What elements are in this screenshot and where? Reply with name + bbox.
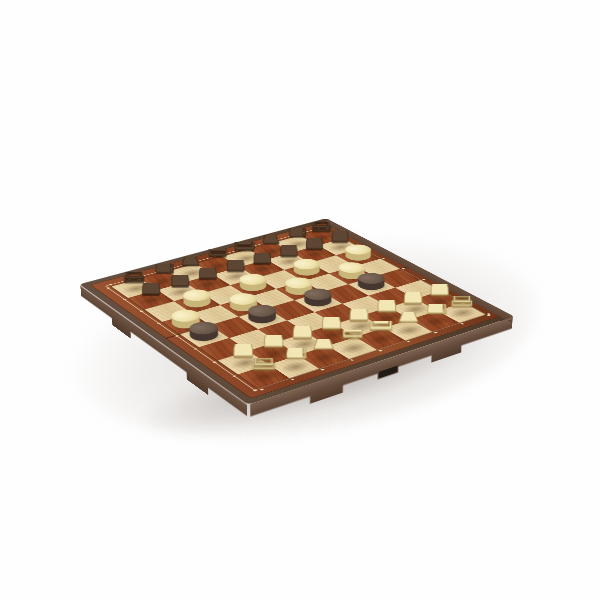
product-photo-stage: ♜♞♝♛♚♝♞♜♟♟♟♟♟♟♟♟♟♟♟♟♟♟♟♟♜♞♝♛♚♝♞♜	[0, 0, 600, 600]
piece-light-rook[interactable]: ♜	[246, 309, 281, 378]
frame-stud-dot	[139, 310, 143, 312]
frame-stud-dot	[434, 332, 438, 334]
frame-stud-dot	[406, 341, 410, 343]
frame-stud-dot	[157, 323, 161, 325]
frame-stud-dot	[460, 323, 464, 325]
frame-stud-dot	[487, 313, 491, 315]
frame-stud-dot	[123, 299, 127, 301]
frame-stud-dot	[320, 369, 324, 371]
frame-stud-dot	[232, 375, 236, 377]
frame-stud-dot	[253, 389, 257, 391]
frame-stud-dot	[175, 335, 179, 337]
frame-stud-dot	[378, 350, 382, 352]
frame-stud-dot	[260, 389, 264, 391]
frame-stud-dot	[290, 378, 294, 380]
frame-stud-dot	[193, 348, 197, 350]
frame-stud-dot	[212, 361, 216, 363]
frame-stud-dot	[350, 359, 354, 361]
frame-stud-dot	[486, 314, 490, 316]
